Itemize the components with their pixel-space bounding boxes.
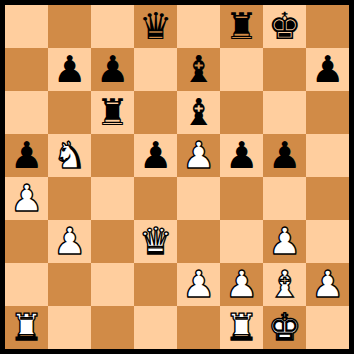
square-f1[interactable]: ♜ xyxy=(220,306,263,349)
piece-black-king: ♚ xyxy=(268,5,301,48)
piece-white-queen: ♛ xyxy=(139,220,172,263)
piece-black-bishop: ♝ xyxy=(182,91,215,134)
piece-white-pawn: ♟ xyxy=(10,177,43,220)
piece-white-king: ♚ xyxy=(268,306,301,349)
square-a4[interactable]: ♟ xyxy=(5,177,48,220)
square-c5[interactable] xyxy=(91,134,134,177)
square-f8[interactable]: ♜ xyxy=(220,5,263,48)
square-f2[interactable]: ♟ xyxy=(220,263,263,306)
square-h3[interactable] xyxy=(306,220,349,263)
square-d5[interactable]: ♟ xyxy=(134,134,177,177)
piece-white-bishop: ♝ xyxy=(268,263,301,306)
square-g5[interactable]: ♟ xyxy=(263,134,306,177)
square-d7[interactable] xyxy=(134,48,177,91)
square-b5[interactable]: ♞ xyxy=(48,134,91,177)
piece-black-pawn: ♟ xyxy=(225,134,258,177)
square-c7[interactable]: ♟ xyxy=(91,48,134,91)
piece-black-bishop: ♝ xyxy=(182,48,215,91)
square-b4[interactable] xyxy=(48,177,91,220)
square-b3[interactable]: ♟ xyxy=(48,220,91,263)
square-b7[interactable]: ♟ xyxy=(48,48,91,91)
square-f4[interactable] xyxy=(220,177,263,220)
square-d2[interactable] xyxy=(134,263,177,306)
piece-black-pawn: ♟ xyxy=(96,48,129,91)
square-g1[interactable]: ♚ xyxy=(263,306,306,349)
piece-white-rook: ♜ xyxy=(225,306,258,349)
square-h5[interactable] xyxy=(306,134,349,177)
piece-white-pawn: ♟ xyxy=(311,263,344,306)
square-e2[interactable]: ♟ xyxy=(177,263,220,306)
square-g3[interactable]: ♟ xyxy=(263,220,306,263)
square-h7[interactable]: ♟ xyxy=(306,48,349,91)
square-e8[interactable] xyxy=(177,5,220,48)
square-e3[interactable] xyxy=(177,220,220,263)
piece-black-pawn: ♟ xyxy=(53,48,86,91)
square-f7[interactable] xyxy=(220,48,263,91)
square-g7[interactable] xyxy=(263,48,306,91)
square-b1[interactable] xyxy=(48,306,91,349)
square-a1[interactable]: ♜ xyxy=(5,306,48,349)
chess-board: ♛♜♚♟♟♝♟♜♝♟♞♟♟♟♟♟♟♛♟♟♟♝♟♜♜♚ xyxy=(5,5,349,349)
square-e1[interactable] xyxy=(177,306,220,349)
square-e4[interactable] xyxy=(177,177,220,220)
square-d6[interactable] xyxy=(134,91,177,134)
square-b8[interactable] xyxy=(48,5,91,48)
piece-black-queen: ♛ xyxy=(139,5,172,48)
square-h4[interactable] xyxy=(306,177,349,220)
piece-white-rook: ♜ xyxy=(10,306,43,349)
square-g2[interactable]: ♝ xyxy=(263,263,306,306)
square-g4[interactable] xyxy=(263,177,306,220)
square-g8[interactable]: ♚ xyxy=(263,5,306,48)
square-h1[interactable] xyxy=(306,306,349,349)
square-e5[interactable]: ♟ xyxy=(177,134,220,177)
square-d8[interactable]: ♛ xyxy=(134,5,177,48)
square-c8[interactable] xyxy=(91,5,134,48)
square-a2[interactable] xyxy=(5,263,48,306)
square-h6[interactable] xyxy=(306,91,349,134)
square-a7[interactable] xyxy=(5,48,48,91)
square-d4[interactable] xyxy=(134,177,177,220)
piece-white-pawn: ♟ xyxy=(53,220,86,263)
piece-black-rook: ♜ xyxy=(225,5,258,48)
square-a5[interactable]: ♟ xyxy=(5,134,48,177)
square-c6[interactable]: ♜ xyxy=(91,91,134,134)
piece-black-rook: ♜ xyxy=(96,91,129,134)
piece-white-pawn: ♟ xyxy=(182,134,215,177)
piece-black-pawn: ♟ xyxy=(10,134,43,177)
square-c1[interactable] xyxy=(91,306,134,349)
piece-white-knight: ♞ xyxy=(53,134,86,177)
piece-white-pawn: ♟ xyxy=(225,263,258,306)
piece-white-pawn: ♟ xyxy=(268,220,301,263)
square-d1[interactable] xyxy=(134,306,177,349)
square-d3[interactable]: ♛ xyxy=(134,220,177,263)
chess-board-frame: ♛♜♚♟♟♝♟♜♝♟♞♟♟♟♟♟♟♛♟♟♟♝♟♜♜♚ xyxy=(0,0,354,354)
piece-black-pawn: ♟ xyxy=(268,134,301,177)
square-a3[interactable] xyxy=(5,220,48,263)
square-g6[interactable] xyxy=(263,91,306,134)
square-h8[interactable] xyxy=(306,5,349,48)
square-a8[interactable] xyxy=(5,5,48,48)
square-e7[interactable]: ♝ xyxy=(177,48,220,91)
piece-black-pawn: ♟ xyxy=(311,48,344,91)
square-a6[interactable] xyxy=(5,91,48,134)
square-f5[interactable]: ♟ xyxy=(220,134,263,177)
square-c4[interactable] xyxy=(91,177,134,220)
square-h2[interactable]: ♟ xyxy=(306,263,349,306)
piece-black-pawn: ♟ xyxy=(139,134,172,177)
square-e6[interactable]: ♝ xyxy=(177,91,220,134)
square-c3[interactable] xyxy=(91,220,134,263)
square-b6[interactable] xyxy=(48,91,91,134)
square-c2[interactable] xyxy=(91,263,134,306)
square-f6[interactable] xyxy=(220,91,263,134)
square-b2[interactable] xyxy=(48,263,91,306)
square-f3[interactable] xyxy=(220,220,263,263)
piece-white-pawn: ♟ xyxy=(182,263,215,306)
